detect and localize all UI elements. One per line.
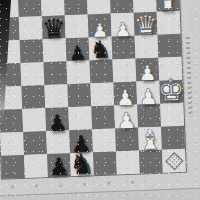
square-a7 bbox=[18, 0, 42, 17]
square-d5 bbox=[66, 60, 90, 84]
chessboard: ♜♛♟♟♛♟♞♟♟♟♚♟♟♟♝♟♞ bbox=[0, 0, 187, 180]
square-f4 bbox=[91, 105, 115, 129]
square-a5 bbox=[64, 0, 88, 15]
tilted-board-group: ♜♛♟♟♛♟♞♟♟♟♚♟♟♟♝♟♞ bbox=[0, 0, 200, 200]
square-g5: ♟ bbox=[69, 129, 93, 153]
square-e3: ♟ bbox=[113, 82, 137, 106]
square-f5 bbox=[68, 106, 92, 130]
square-d2: ♟ bbox=[135, 58, 159, 82]
square-c4: ♞ bbox=[89, 37, 113, 61]
square-c1 bbox=[158, 34, 182, 58]
square-h4 bbox=[93, 151, 117, 175]
square-c7 bbox=[20, 39, 44, 63]
square-f3: ♟ bbox=[114, 105, 138, 129]
square-h7 bbox=[24, 154, 48, 178]
square-a6 bbox=[41, 0, 65, 16]
square-b6: ♛ bbox=[42, 15, 66, 39]
square-g7 bbox=[23, 131, 47, 155]
frame-fine-print bbox=[186, 37, 193, 117]
square-g1 bbox=[161, 126, 185, 150]
square-f2 bbox=[137, 104, 161, 128]
square-h2 bbox=[139, 150, 163, 174]
square-g3 bbox=[115, 128, 139, 152]
square-e2: ♟ bbox=[136, 81, 160, 105]
square-c3 bbox=[112, 36, 136, 60]
square-d6 bbox=[44, 61, 68, 85]
square-e4 bbox=[90, 82, 114, 106]
square-h1 bbox=[162, 149, 186, 173]
square-g4 bbox=[92, 128, 116, 152]
square-e6 bbox=[44, 84, 68, 108]
square-h6: ♟ bbox=[47, 153, 71, 177]
square-b7 bbox=[19, 16, 43, 40]
square-c6 bbox=[43, 38, 67, 62]
square-e7 bbox=[21, 85, 45, 109]
square-b5 bbox=[65, 14, 89, 38]
square-f6: ♟ bbox=[45, 107, 69, 131]
square-g6 bbox=[46, 130, 70, 154]
piece-black-knight-h5: ♞ bbox=[69, 150, 95, 179]
square-h5: ♞ bbox=[70, 152, 94, 176]
square-h8 bbox=[1, 155, 25, 179]
square-d1 bbox=[158, 57, 182, 81]
square-b4: ♟ bbox=[88, 14, 112, 38]
frame-edge-markings bbox=[11, 180, 141, 188]
square-a4 bbox=[87, 0, 111, 14]
square-a2 bbox=[133, 0, 157, 13]
square-b1 bbox=[157, 11, 181, 35]
square-d4 bbox=[89, 59, 113, 83]
square-g2: ♝ bbox=[138, 127, 162, 151]
chessboard-photo: ♜♛♟♟♛♟♞♟♟♟♚♟♟♟♝♟♞ bbox=[0, 0, 200, 200]
square-e5 bbox=[67, 83, 91, 107]
square-e1: ♚ bbox=[159, 80, 183, 104]
piece-black-pawn-h6: ♟ bbox=[48, 156, 70, 180]
corner-ornament-motif bbox=[165, 152, 183, 170]
square-c2 bbox=[135, 35, 159, 59]
square-b2: ♛ bbox=[134, 12, 158, 36]
square-g8 bbox=[0, 132, 24, 156]
square-d3 bbox=[112, 59, 136, 83]
square-f7 bbox=[22, 108, 46, 132]
square-f1 bbox=[160, 103, 184, 127]
square-a3 bbox=[110, 0, 134, 14]
square-d7 bbox=[21, 62, 45, 86]
square-h3 bbox=[116, 151, 140, 175]
square-c5: ♟ bbox=[66, 37, 90, 61]
square-b3: ♟ bbox=[111, 13, 135, 37]
